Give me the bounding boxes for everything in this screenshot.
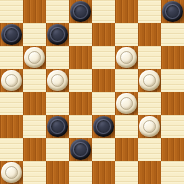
square-e4 — [92, 92, 115, 115]
square-d5 — [69, 69, 92, 92]
square-a8 — [0, 0, 23, 23]
square-c3[interactable] — [46, 115, 69, 138]
dark-man-c3[interactable] — [47, 116, 68, 137]
square-d6[interactable] — [69, 46, 92, 69]
square-g7[interactable] — [138, 23, 161, 46]
square-h1 — [161, 161, 184, 184]
square-a1[interactable] — [0, 161, 23, 184]
square-b8[interactable] — [23, 0, 46, 23]
white-man-a1[interactable] — [1, 162, 22, 183]
square-g8 — [138, 0, 161, 23]
white-man-g3[interactable] — [139, 116, 160, 137]
square-d3 — [69, 115, 92, 138]
square-b1 — [23, 161, 46, 184]
square-c8 — [46, 0, 69, 23]
square-c2 — [46, 138, 69, 161]
square-a2 — [0, 138, 23, 161]
square-c4 — [46, 92, 69, 115]
square-a3[interactable] — [0, 115, 23, 138]
white-man-a5[interactable] — [1, 70, 22, 91]
square-e6 — [92, 46, 115, 69]
square-a6 — [0, 46, 23, 69]
board — [0, 0, 184, 184]
white-man-f4[interactable] — [116, 93, 137, 114]
square-e7[interactable] — [92, 23, 115, 46]
dark-man-c7[interactable] — [47, 24, 68, 45]
square-b4[interactable] — [23, 92, 46, 115]
square-g4 — [138, 92, 161, 115]
square-c6 — [46, 46, 69, 69]
dark-man-d8[interactable] — [70, 1, 91, 22]
dark-man-a7[interactable] — [1, 24, 22, 45]
square-c5[interactable] — [46, 69, 69, 92]
square-h4[interactable] — [161, 92, 184, 115]
square-g6 — [138, 46, 161, 69]
square-f4[interactable] — [115, 92, 138, 115]
square-b5 — [23, 69, 46, 92]
square-c7[interactable] — [46, 23, 69, 46]
square-e2 — [92, 138, 115, 161]
white-man-g5[interactable] — [139, 70, 160, 91]
square-h7 — [161, 23, 184, 46]
dark-man-d2[interactable] — [70, 139, 91, 160]
square-h3 — [161, 115, 184, 138]
square-f8[interactable] — [115, 0, 138, 23]
square-h6[interactable] — [161, 46, 184, 69]
square-b3 — [23, 115, 46, 138]
square-e3[interactable] — [92, 115, 115, 138]
dark-man-e3[interactable] — [93, 116, 114, 137]
square-e8 — [92, 0, 115, 23]
square-b7 — [23, 23, 46, 46]
square-d8[interactable] — [69, 0, 92, 23]
square-g3[interactable] — [138, 115, 161, 138]
white-man-f6[interactable] — [116, 47, 137, 68]
square-h2[interactable] — [161, 138, 184, 161]
square-d7 — [69, 23, 92, 46]
square-d2[interactable] — [69, 138, 92, 161]
square-f6[interactable] — [115, 46, 138, 69]
square-f3 — [115, 115, 138, 138]
square-c1[interactable] — [46, 161, 69, 184]
square-h5 — [161, 69, 184, 92]
square-g2 — [138, 138, 161, 161]
square-a5[interactable] — [0, 69, 23, 92]
square-a7[interactable] — [0, 23, 23, 46]
dark-man-h8[interactable] — [162, 1, 183, 22]
square-f7 — [115, 23, 138, 46]
white-man-b6[interactable] — [24, 47, 45, 68]
square-d1 — [69, 161, 92, 184]
square-b6[interactable] — [23, 46, 46, 69]
square-g1[interactable] — [138, 161, 161, 184]
square-e1[interactable] — [92, 161, 115, 184]
square-h8[interactable] — [161, 0, 184, 23]
square-a4 — [0, 92, 23, 115]
square-e5[interactable] — [92, 69, 115, 92]
square-g5[interactable] — [138, 69, 161, 92]
square-b2[interactable] — [23, 138, 46, 161]
square-f2[interactable] — [115, 138, 138, 161]
square-f1 — [115, 161, 138, 184]
square-d4[interactable] — [69, 92, 92, 115]
square-f5 — [115, 69, 138, 92]
white-man-c5[interactable] — [47, 70, 68, 91]
